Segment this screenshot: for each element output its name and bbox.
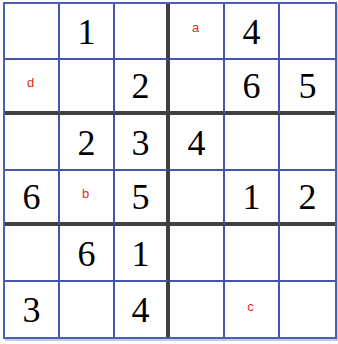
cell-r4c5[interactable]: 1 bbox=[225, 171, 280, 227]
cell-r3c3[interactable]: 3 bbox=[115, 115, 170, 171]
cell-r6c1[interactable]: 3 bbox=[5, 282, 60, 338]
cell-r1c5[interactable]: 4 bbox=[225, 4, 280, 60]
label-b: b bbox=[82, 187, 89, 200]
cell-r3c6[interactable] bbox=[280, 115, 335, 171]
cell-r2c3[interactable]: 2 bbox=[115, 60, 170, 116]
given-digit: 6 bbox=[243, 68, 261, 104]
label-d: d bbox=[27, 76, 34, 89]
given-digit: 5 bbox=[132, 179, 150, 215]
given-digit: 3 bbox=[23, 292, 41, 328]
cell-r5c1[interactable] bbox=[5, 226, 60, 282]
given-digit: 1 bbox=[132, 236, 150, 272]
cell-r6c5[interactable]: c bbox=[225, 282, 280, 338]
cell-r6c3[interactable]: 4 bbox=[115, 282, 170, 338]
given-digit: 3 bbox=[132, 125, 150, 161]
cell-r2c4[interactable] bbox=[170, 60, 225, 116]
cell-r5c5[interactable] bbox=[225, 226, 280, 282]
label-c: c bbox=[247, 300, 254, 313]
cell-r4c6[interactable]: 2 bbox=[280, 171, 335, 227]
cell-r3c1[interactable] bbox=[5, 115, 60, 171]
given-digit: 4 bbox=[243, 14, 261, 50]
cell-r4c2[interactable]: b bbox=[60, 171, 115, 227]
sudoku-board: 1a4d2652346b5126134c bbox=[3, 2, 337, 339]
given-digit: 2 bbox=[132, 68, 150, 104]
cell-r1c1[interactable] bbox=[5, 4, 60, 60]
cell-r5c6[interactable] bbox=[280, 226, 335, 282]
cell-r3c2[interactable]: 2 bbox=[60, 115, 115, 171]
cell-r1c4[interactable]: a bbox=[170, 4, 225, 60]
given-digit: 4 bbox=[132, 292, 150, 328]
cell-r4c3[interactable]: 5 bbox=[115, 171, 170, 227]
cell-r2c5[interactable]: 6 bbox=[225, 60, 280, 116]
given-digit: 2 bbox=[78, 125, 96, 161]
given-digit: 1 bbox=[78, 14, 96, 50]
cell-r1c3[interactable] bbox=[115, 4, 170, 60]
cell-r5c3[interactable]: 1 bbox=[115, 226, 170, 282]
given-digit: 6 bbox=[78, 236, 96, 272]
cell-r3c5[interactable] bbox=[225, 115, 280, 171]
cell-r1c2[interactable]: 1 bbox=[60, 4, 115, 60]
cell-r3c4[interactable]: 4 bbox=[170, 115, 225, 171]
cell-r2c1[interactable]: d bbox=[5, 60, 60, 116]
cell-r4c1[interactable]: 6 bbox=[5, 171, 60, 227]
given-digit: 2 bbox=[299, 179, 317, 215]
cell-r2c2[interactable] bbox=[60, 60, 115, 116]
given-digit: 5 bbox=[299, 68, 317, 104]
cell-r6c6[interactable] bbox=[280, 282, 335, 338]
cell-r5c4[interactable] bbox=[170, 226, 225, 282]
given-digit: 4 bbox=[188, 125, 206, 161]
given-digit: 6 bbox=[23, 179, 41, 215]
given-digit: 1 bbox=[243, 179, 261, 215]
cell-r2c6[interactable]: 5 bbox=[280, 60, 335, 116]
cell-r5c2[interactable]: 6 bbox=[60, 226, 115, 282]
cell-r4c4[interactable] bbox=[170, 171, 225, 227]
cell-r6c4[interactable] bbox=[170, 282, 225, 338]
cell-r1c6[interactable] bbox=[280, 4, 335, 60]
label-a: a bbox=[192, 21, 199, 34]
cell-r6c2[interactable] bbox=[60, 282, 115, 338]
